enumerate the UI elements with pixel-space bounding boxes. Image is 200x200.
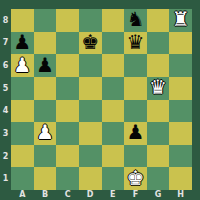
square-e2[interactable] <box>102 145 125 168</box>
square-c8[interactable] <box>56 9 79 32</box>
square-c4[interactable] <box>56 100 79 123</box>
square-h3[interactable] <box>169 122 192 145</box>
square-e5[interactable] <box>102 77 125 100</box>
piece-black-king-d7[interactable]: ♚ <box>81 32 99 52</box>
square-b5[interactable] <box>34 77 57 100</box>
piece-black-pawn-a7[interactable]: ♟ <box>13 32 31 52</box>
square-c6[interactable] <box>56 54 79 77</box>
square-d4[interactable] <box>79 100 102 123</box>
square-a1[interactable] <box>11 167 34 190</box>
square-b6[interactable]: ♟ <box>34 54 57 77</box>
square-b4[interactable] <box>34 100 57 123</box>
square-a5[interactable] <box>11 77 34 100</box>
square-e6[interactable] <box>102 54 125 77</box>
square-g1[interactable] <box>147 167 170 190</box>
square-f4[interactable] <box>124 100 147 123</box>
square-h5[interactable] <box>169 77 192 100</box>
square-d6[interactable] <box>79 54 102 77</box>
square-g5[interactable]: ♛ <box>147 77 170 100</box>
square-b7[interactable] <box>34 32 57 55</box>
board-frame: 87654321 ♞♜♟♚♛♟♟♛♟♟♚ ABCDEFGH <box>0 0 200 200</box>
square-g7[interactable] <box>147 32 170 55</box>
square-d2[interactable] <box>79 145 102 168</box>
rank-labels: 87654321 <box>0 9 11 190</box>
square-f8[interactable]: ♞ <box>124 9 147 32</box>
piece-black-knight-f8[interactable]: ♞ <box>126 9 144 29</box>
file-label-e: E <box>102 189 125 200</box>
file-label-d: D <box>79 189 102 200</box>
piece-white-rook-h8[interactable]: ♜ <box>172 9 190 29</box>
rank-label-7: 7 <box>0 32 11 55</box>
square-c1[interactable] <box>56 167 79 190</box>
square-e3[interactable] <box>102 122 125 145</box>
square-b2[interactable] <box>34 145 57 168</box>
rank-label-2: 2 <box>0 145 11 168</box>
piece-white-queen-g5[interactable]: ♛ <box>149 77 167 97</box>
square-f5[interactable] <box>124 77 147 100</box>
square-h4[interactable] <box>169 100 192 123</box>
square-b8[interactable] <box>34 9 57 32</box>
square-d7[interactable]: ♚ <box>79 32 102 55</box>
rank-label-8: 8 <box>0 9 11 32</box>
square-a6[interactable]: ♟ <box>11 54 34 77</box>
square-c7[interactable] <box>56 32 79 55</box>
square-h2[interactable] <box>169 145 192 168</box>
piece-white-pawn-a6[interactable]: ♟ <box>13 55 31 75</box>
square-a3[interactable] <box>11 122 34 145</box>
square-f2[interactable] <box>124 145 147 168</box>
piece-black-pawn-b6[interactable]: ♟ <box>36 55 54 75</box>
square-e1[interactable] <box>102 167 125 190</box>
file-label-h: H <box>169 189 192 200</box>
rank-label-6: 6 <box>0 54 11 77</box>
square-f1[interactable]: ♚ <box>124 167 147 190</box>
square-d3[interactable] <box>79 122 102 145</box>
square-b3[interactable]: ♟ <box>34 122 57 145</box>
rank-label-4: 4 <box>0 100 11 123</box>
square-g3[interactable] <box>147 122 170 145</box>
square-f7[interactable]: ♛ <box>124 32 147 55</box>
piece-black-pawn-f3[interactable]: ♟ <box>126 122 144 142</box>
square-e4[interactable] <box>102 100 125 123</box>
square-d8[interactable] <box>79 9 102 32</box>
file-label-c: C <box>56 189 79 200</box>
file-label-f: F <box>124 189 147 200</box>
square-a2[interactable] <box>11 145 34 168</box>
square-h1[interactable] <box>169 167 192 190</box>
square-b1[interactable] <box>34 167 57 190</box>
chess-board: ♞♜♟♚♛♟♟♛♟♟♚ <box>11 9 192 190</box>
square-e8[interactable] <box>102 9 125 32</box>
square-c3[interactable] <box>56 122 79 145</box>
square-e7[interactable] <box>102 32 125 55</box>
square-c5[interactable] <box>56 77 79 100</box>
square-a8[interactable] <box>11 9 34 32</box>
piece-white-pawn-b3[interactable]: ♟ <box>36 122 54 142</box>
square-h6[interactable] <box>169 54 192 77</box>
square-f3[interactable]: ♟ <box>124 122 147 145</box>
piece-black-queen-f7[interactable]: ♛ <box>126 32 144 52</box>
square-f6[interactable] <box>124 54 147 77</box>
square-d1[interactable] <box>79 167 102 190</box>
rank-label-1: 1 <box>0 167 11 190</box>
rank-label-5: 5 <box>0 77 11 100</box>
square-g6[interactable] <box>147 54 170 77</box>
square-a7[interactable]: ♟ <box>11 32 34 55</box>
square-c2[interactable] <box>56 145 79 168</box>
piece-white-king-f1[interactable]: ♚ <box>126 168 144 188</box>
square-g8[interactable] <box>147 9 170 32</box>
file-labels: ABCDEFGH <box>11 189 192 200</box>
file-label-a: A <box>11 189 34 200</box>
square-d5[interactable] <box>79 77 102 100</box>
file-label-b: B <box>34 189 57 200</box>
file-label-g: G <box>147 189 170 200</box>
square-g4[interactable] <box>147 100 170 123</box>
square-h7[interactable] <box>169 32 192 55</box>
square-g2[interactable] <box>147 145 170 168</box>
rank-label-3: 3 <box>0 122 11 145</box>
square-a4[interactable] <box>11 100 34 123</box>
square-h8[interactable]: ♜ <box>169 9 192 32</box>
